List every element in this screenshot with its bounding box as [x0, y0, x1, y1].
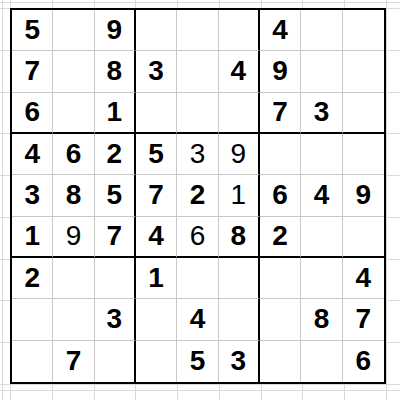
- cell-r2c7[interactable]: 9: [260, 51, 301, 92]
- cell-r8c8[interactable]: 8: [301, 299, 342, 340]
- cell-r8c3[interactable]: 3: [95, 299, 136, 340]
- cell-r5c7[interactable]: 6: [260, 175, 301, 216]
- cell-r2c4[interactable]: 3: [136, 51, 177, 92]
- cell-r6c7[interactable]: 2: [260, 217, 301, 258]
- cell-r6c9[interactable]: [343, 217, 384, 258]
- cell-r8c4[interactable]: [136, 299, 177, 340]
- cell-r4c8[interactable]: [301, 134, 342, 175]
- cell-r4c4[interactable]: 5: [136, 134, 177, 175]
- cell-r5c6[interactable]: 1: [219, 175, 260, 216]
- cell-r9c4[interactable]: [136, 341, 177, 382]
- cell-r4c6[interactable]: 9: [219, 134, 260, 175]
- cell-r9c2[interactable]: 7: [53, 341, 94, 382]
- cell-r6c5[interactable]: 6: [177, 217, 218, 258]
- sudoku-board: 5947834961734625393857216491974682214348…: [10, 8, 386, 384]
- cell-r1c5[interactable]: [177, 10, 218, 51]
- cell-r4c1[interactable]: 4: [12, 134, 53, 175]
- cell-r9c8[interactable]: [301, 341, 342, 382]
- cell-r6c2[interactable]: 9: [53, 217, 94, 258]
- cell-r9c3[interactable]: [95, 341, 136, 382]
- cell-r7c8[interactable]: [301, 258, 342, 299]
- cell-r8c7[interactable]: [260, 299, 301, 340]
- cell-r8c2[interactable]: [53, 299, 94, 340]
- cell-r4c9[interactable]: [343, 134, 384, 175]
- cell-r2c6[interactable]: 4: [219, 51, 260, 92]
- cell-r3c9[interactable]: [343, 93, 384, 134]
- cell-r6c8[interactable]: [301, 217, 342, 258]
- cell-r8c1[interactable]: [12, 299, 53, 340]
- cell-r7c9[interactable]: 4: [343, 258, 384, 299]
- cell-r5c1[interactable]: 3: [12, 175, 53, 216]
- cell-r4c5[interactable]: 3: [177, 134, 218, 175]
- cell-r5c2[interactable]: 8: [53, 175, 94, 216]
- cell-r1c3[interactable]: 9: [95, 10, 136, 51]
- cell-r4c2[interactable]: 6: [53, 134, 94, 175]
- cell-r2c8[interactable]: [301, 51, 342, 92]
- cell-r9c7[interactable]: [260, 341, 301, 382]
- cell-r3c7[interactable]: 7: [260, 93, 301, 134]
- cell-r4c7[interactable]: [260, 134, 301, 175]
- cell-r5c4[interactable]: 7: [136, 175, 177, 216]
- margin-gridline: [0, 2, 400, 3]
- cell-r3c6[interactable]: [219, 93, 260, 134]
- cell-r2c1[interactable]: 7: [12, 51, 53, 92]
- cell-r7c6[interactable]: [219, 258, 260, 299]
- cell-r6c3[interactable]: 7: [95, 217, 136, 258]
- cell-r9c6[interactable]: 3: [219, 341, 260, 382]
- cell-r7c2[interactable]: [53, 258, 94, 299]
- cell-r2c2[interactable]: [53, 51, 94, 92]
- cell-r2c3[interactable]: 8: [95, 51, 136, 92]
- cell-r3c2[interactable]: [53, 93, 94, 134]
- cell-r3c3[interactable]: 1: [95, 93, 136, 134]
- cell-r1c4[interactable]: [136, 10, 177, 51]
- sudoku-page: 5947834961734625393857216491974682214348…: [0, 0, 400, 400]
- cell-r3c5[interactable]: [177, 93, 218, 134]
- cell-r9c9[interactable]: 6: [343, 341, 384, 382]
- cell-r5c9[interactable]: 9: [343, 175, 384, 216]
- cell-r8c6[interactable]: [219, 299, 260, 340]
- cell-r3c4[interactable]: [136, 93, 177, 134]
- cell-r5c5[interactable]: 2: [177, 175, 218, 216]
- cell-r1c9[interactable]: [343, 10, 384, 51]
- cell-r9c5[interactable]: 5: [177, 341, 218, 382]
- cell-r6c1[interactable]: 1: [12, 217, 53, 258]
- cell-r8c9[interactable]: 7: [343, 299, 384, 340]
- cell-r1c8[interactable]: [301, 10, 342, 51]
- cell-r8c5[interactable]: 4: [177, 299, 218, 340]
- cell-r5c3[interactable]: 5: [95, 175, 136, 216]
- cell-r1c7[interactable]: 4: [260, 10, 301, 51]
- cell-r7c5[interactable]: [177, 258, 218, 299]
- cell-r1c1[interactable]: 5: [12, 10, 53, 51]
- cell-r3c1[interactable]: 6: [12, 93, 53, 134]
- cell-r7c7[interactable]: [260, 258, 301, 299]
- cell-r2c9[interactable]: [343, 51, 384, 92]
- margin-gridline: [386, 0, 387, 400]
- cell-r7c4[interactable]: 1: [136, 258, 177, 299]
- cell-r1c2[interactable]: [53, 10, 94, 51]
- cell-r1c6[interactable]: [219, 10, 260, 51]
- cell-r5c8[interactable]: 4: [301, 175, 342, 216]
- cell-r3c8[interactable]: 3: [301, 93, 342, 134]
- margin-gridline: [0, 384, 400, 385]
- cell-r2c5[interactable]: [177, 51, 218, 92]
- cell-r4c3[interactable]: 2: [95, 134, 136, 175]
- cell-r7c3[interactable]: [95, 258, 136, 299]
- margin-gridline: [2, 0, 3, 400]
- margin-gridline: [0, 390, 400, 391]
- cell-r7c1[interactable]: 2: [12, 258, 53, 299]
- cell-r6c4[interactable]: 4: [136, 217, 177, 258]
- cell-r6c6[interactable]: 8: [219, 217, 260, 258]
- cell-r9c1[interactable]: [12, 341, 53, 382]
